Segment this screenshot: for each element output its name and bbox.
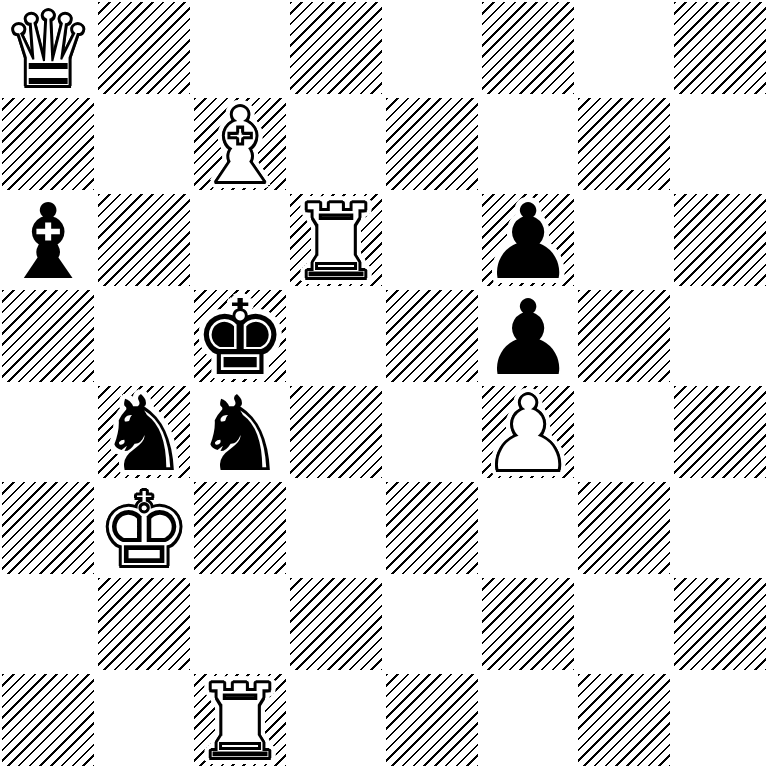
square-e1[interactable] xyxy=(384,672,480,768)
square-a1[interactable] xyxy=(0,672,96,768)
square-h1[interactable] xyxy=(672,672,768,768)
square-g8[interactable] xyxy=(576,0,672,96)
piece-white-rook: ♜ xyxy=(193,674,286,768)
square-e3[interactable] xyxy=(384,480,480,576)
square-e4[interactable] xyxy=(384,384,480,480)
square-b1[interactable] xyxy=(96,672,192,768)
square-d4[interactable] xyxy=(288,384,384,480)
square-a2[interactable] xyxy=(0,576,96,672)
square-f5[interactable]: ♟ xyxy=(480,288,576,384)
square-c2[interactable] xyxy=(192,576,288,672)
square-b8[interactable] xyxy=(96,0,192,96)
square-c1[interactable]: ♜ xyxy=(192,672,288,768)
square-g2[interactable] xyxy=(576,576,672,672)
square-c4[interactable]: ♞ xyxy=(192,384,288,480)
square-c5[interactable]: ♚ xyxy=(192,288,288,384)
square-a6[interactable]: ♝ xyxy=(0,192,96,288)
square-f8[interactable] xyxy=(480,0,576,96)
square-d2[interactable] xyxy=(288,576,384,672)
square-a3[interactable] xyxy=(0,480,96,576)
square-a4[interactable] xyxy=(0,384,96,480)
square-h5[interactable] xyxy=(672,288,768,384)
square-d3[interactable] xyxy=(288,480,384,576)
square-e8[interactable] xyxy=(384,0,480,96)
square-d1[interactable] xyxy=(288,672,384,768)
piece-black-knight: ♞ xyxy=(193,386,286,482)
chess-board: ♛♝♝♜♟♚♟♞♞♟♚♜ xyxy=(0,0,768,768)
square-e5[interactable] xyxy=(384,288,480,384)
square-h4[interactable] xyxy=(672,384,768,480)
piece-black-bishop: ♝ xyxy=(1,194,94,290)
square-d8[interactable] xyxy=(288,0,384,96)
piece-white-pawn: ♟ xyxy=(481,386,574,482)
square-g7[interactable] xyxy=(576,96,672,192)
piece-white-king: ♚ xyxy=(97,482,190,578)
square-f7[interactable] xyxy=(480,96,576,192)
square-f1[interactable] xyxy=(480,672,576,768)
square-e2[interactable] xyxy=(384,576,480,672)
square-h7[interactable] xyxy=(672,96,768,192)
square-h6[interactable] xyxy=(672,192,768,288)
square-h2[interactable] xyxy=(672,576,768,672)
piece-black-pawn: ♟ xyxy=(481,290,574,386)
piece-white-bishop: ♝ xyxy=(193,98,286,194)
square-d6[interactable]: ♜ xyxy=(288,192,384,288)
square-b5[interactable] xyxy=(96,288,192,384)
piece-white-queen: ♛ xyxy=(1,2,94,98)
square-h8[interactable] xyxy=(672,0,768,96)
square-f4[interactable]: ♟ xyxy=(480,384,576,480)
piece-black-pawn: ♟ xyxy=(481,194,574,290)
square-c7[interactable]: ♝ xyxy=(192,96,288,192)
square-f6[interactable]: ♟ xyxy=(480,192,576,288)
square-h3[interactable] xyxy=(672,480,768,576)
square-c8[interactable] xyxy=(192,0,288,96)
square-b6[interactable] xyxy=(96,192,192,288)
square-g4[interactable] xyxy=(576,384,672,480)
piece-black-king: ♚ xyxy=(193,290,286,386)
square-e6[interactable] xyxy=(384,192,480,288)
piece-white-rook: ♜ xyxy=(289,194,382,290)
square-d7[interactable] xyxy=(288,96,384,192)
square-a8[interactable]: ♛ xyxy=(0,0,96,96)
square-b4[interactable]: ♞ xyxy=(96,384,192,480)
square-g3[interactable] xyxy=(576,480,672,576)
square-g6[interactable] xyxy=(576,192,672,288)
square-g5[interactable] xyxy=(576,288,672,384)
square-b7[interactable] xyxy=(96,96,192,192)
square-g1[interactable] xyxy=(576,672,672,768)
square-b3[interactable]: ♚ xyxy=(96,480,192,576)
piece-black-knight: ♞ xyxy=(97,386,190,482)
square-f2[interactable] xyxy=(480,576,576,672)
square-e7[interactable] xyxy=(384,96,480,192)
